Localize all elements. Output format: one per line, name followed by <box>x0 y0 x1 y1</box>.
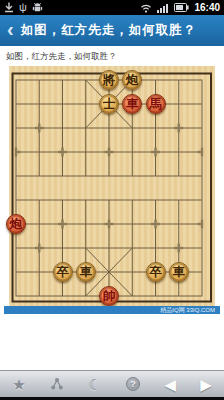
help-icon[interactable]: ? <box>126 377 140 391</box>
android-icon <box>32 2 43 13</box>
pieces-grid: 將炮士車馬炮卒車卒車帥 <box>4 68 213 308</box>
watermark-strip: 精品IQ网 33IQ.COM <box>4 306 220 314</box>
bottom-toolbar: ★ ☾ ? ◀ ▶ <box>0 370 224 397</box>
piece-black-將: 將 <box>99 70 119 90</box>
wifi-icon <box>140 3 152 13</box>
download-icon <box>4 2 14 13</box>
usb-icon: ψ <box>19 2 27 13</box>
battery-icon <box>174 3 189 12</box>
arrow-left-icon[interactable]: ◀ <box>164 377 176 392</box>
piece-black-士: 士 <box>99 94 119 114</box>
piece-black-車: 車 <box>169 262 189 282</box>
app-screen: ψ <box>0 0 224 400</box>
piece-black-卒: 卒 <box>53 262 73 282</box>
piece-red-馬: 馬 <box>146 94 166 114</box>
back-button[interactable]: ‹ <box>0 19 21 42</box>
piece-red-炮: 炮 <box>6 214 26 234</box>
clock: 16:40 <box>194 2 220 13</box>
page-title: 如图，红方先走，如何取胜？ <box>21 22 197 39</box>
moon-icon[interactable]: ☾ <box>88 377 101 392</box>
signal-icon <box>157 3 169 13</box>
xiangqi-board: 將炮士車馬炮卒車卒車帥 <box>9 66 215 306</box>
share-icon[interactable] <box>50 377 64 391</box>
status-bar: ψ <box>0 0 224 15</box>
piece-black-車: 車 <box>76 262 96 282</box>
arrow-right-icon[interactable]: ▶ <box>200 377 212 392</box>
star-icon[interactable]: ★ <box>12 377 25 392</box>
piece-red-車: 車 <box>122 94 142 114</box>
piece-black-炮: 炮 <box>122 70 142 90</box>
header-bar: ‹ 如图，红方先走，如何取胜？ <box>0 15 224 46</box>
question-text: 如图，红方先走，如何取胜？ <box>6 51 218 63</box>
piece-black-卒: 卒 <box>146 262 166 282</box>
watermark-text: 精品IQ网 33IQ.COM <box>160 307 215 313</box>
piece-red-帥: 帥 <box>99 286 119 306</box>
